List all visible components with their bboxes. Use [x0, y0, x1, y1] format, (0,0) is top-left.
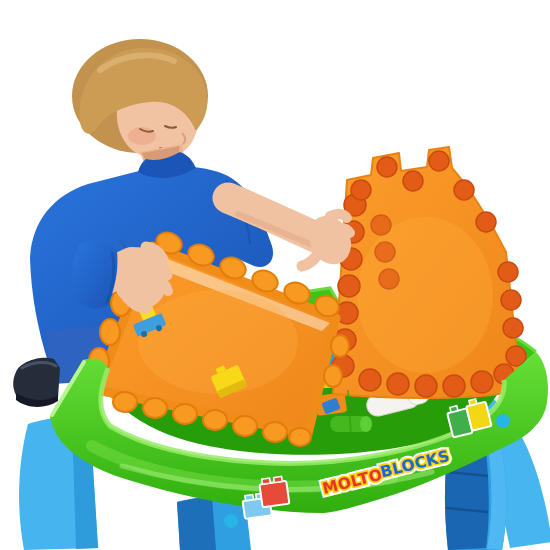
- scene-illustration: MOLTO BLOCKS MOLTO BLOCKS: [0, 0, 550, 550]
- lid-right-translucency: [357, 217, 493, 373]
- rim-dot-left: [224, 514, 238, 528]
- finger-right-2: [333, 228, 350, 233]
- thumb-right: [302, 254, 318, 266]
- finger-right-1: [330, 214, 347, 218]
- table-leg-front-left-dark: [177, 497, 216, 550]
- lid-right: [332, 147, 526, 398]
- photo-stage: MOLTO BLOCKS MOLTO BLOCKS: [0, 0, 550, 550]
- block-green-cylinder-end: [360, 416, 372, 432]
- rim-dot-right: [496, 414, 510, 428]
